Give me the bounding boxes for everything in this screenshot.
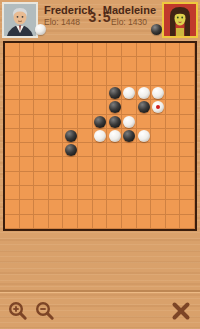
board-cell[interactable]	[93, 129, 108, 143]
player-info-madeleine: Madeleine Elo: 1430	[103, 4, 156, 27]
board-cell[interactable]	[166, 72, 181, 86]
board-cell[interactable]	[137, 143, 152, 157]
board-cell[interactable]	[180, 43, 195, 57]
board-cell[interactable]	[151, 57, 166, 71]
board-cell[interactable]	[180, 86, 195, 100]
avatar-madeleine	[162, 2, 198, 38]
board-cell[interactable]	[20, 129, 35, 143]
board-cell[interactable]	[49, 200, 64, 214]
board-cell[interactable]	[180, 200, 195, 214]
board-cell[interactable]	[180, 115, 195, 129]
board-cell[interactable]	[122, 129, 137, 143]
board-cell[interactable]	[34, 186, 49, 200]
board-cell[interactable]	[20, 200, 35, 214]
board-cell[interactable]	[34, 43, 49, 57]
white-stone	[138, 87, 150, 99]
board-cell[interactable]	[34, 57, 49, 71]
board-cell[interactable]	[166, 215, 181, 229]
black-stone	[138, 101, 150, 113]
board-cell[interactable]	[151, 129, 166, 143]
board-cell[interactable]	[63, 186, 78, 200]
board-cell[interactable]	[5, 157, 20, 171]
board-cell[interactable]	[20, 215, 35, 229]
board-cell[interactable]	[49, 215, 64, 229]
board-cell[interactable]	[49, 100, 64, 114]
close-icon	[170, 300, 192, 322]
board-cell[interactable]	[122, 215, 137, 229]
black-stone	[65, 144, 77, 156]
player-name-madeleine: Madeleine	[103, 4, 156, 16]
board-cell[interactable]	[107, 57, 122, 71]
board-cell[interactable]	[137, 129, 152, 143]
board-cell[interactable]	[107, 215, 122, 229]
zoom-in-icon	[7, 300, 29, 322]
board-cell[interactable]	[93, 143, 108, 157]
board-cell[interactable]	[5, 100, 20, 114]
board-cell[interactable]	[93, 100, 108, 114]
gomoku-app: Frederick Elo: 1448 3:5 Madeleine Elo: 1…	[0, 0, 200, 329]
board-cell[interactable]	[93, 200, 108, 214]
zoom-in-button[interactable]	[7, 300, 29, 322]
board-cell[interactable]	[20, 72, 35, 86]
board-cell[interactable]	[122, 200, 137, 214]
close-button[interactable]	[170, 300, 192, 322]
board-cell[interactable]	[20, 172, 35, 186]
board-cell[interactable]	[122, 172, 137, 186]
header: Frederick Elo: 1448 3:5 Madeleine Elo: 1…	[0, 0, 200, 41]
board-grid	[5, 43, 195, 229]
board-cell[interactable]	[180, 57, 195, 71]
board-cell[interactable]	[151, 86, 166, 100]
board-cell[interactable]	[93, 157, 108, 171]
board-cell[interactable]	[34, 86, 49, 100]
board-cell[interactable]	[49, 115, 64, 129]
board-cell[interactable]	[166, 100, 181, 114]
board-cell[interactable]	[78, 172, 93, 186]
board-cell[interactable]	[166, 129, 181, 143]
board-cell[interactable]	[34, 172, 49, 186]
player-elo-frederick: Elo: 1448	[44, 17, 94, 27]
white-stone-indicator	[35, 24, 46, 35]
board-cell[interactable]	[151, 157, 166, 171]
board-cell[interactable]	[122, 86, 137, 100]
board-cell[interactable]	[63, 72, 78, 86]
board-cell[interactable]	[5, 43, 20, 57]
board-cell[interactable]	[107, 72, 122, 86]
board-cell[interactable]	[78, 115, 93, 129]
white-stone	[109, 130, 121, 142]
white-stone	[123, 116, 135, 128]
board-cell[interactable]	[78, 86, 93, 100]
board-cell[interactable]	[63, 172, 78, 186]
black-stone	[123, 130, 135, 142]
white-stone	[94, 130, 106, 142]
board-cell[interactable]	[34, 200, 49, 214]
board-cell[interactable]	[137, 72, 152, 86]
black-stone	[94, 116, 106, 128]
frederick-portrait	[4, 4, 36, 36]
board-cell[interactable]	[166, 86, 181, 100]
board-cell[interactable]	[20, 186, 35, 200]
board-cell[interactable]	[5, 129, 20, 143]
board-cell[interactable]	[151, 215, 166, 229]
board-cell[interactable]	[34, 215, 49, 229]
board-cell[interactable]	[151, 115, 166, 129]
board-cell[interactable]	[63, 157, 78, 171]
board-cell[interactable]	[63, 100, 78, 114]
board-cell[interactable]	[122, 115, 137, 129]
board-cell[interactable]	[137, 172, 152, 186]
board-cell[interactable]	[122, 186, 137, 200]
board-cell[interactable]	[107, 200, 122, 214]
board-cell[interactable]	[180, 172, 195, 186]
board-cell[interactable]	[49, 43, 64, 57]
toolbar	[0, 292, 200, 329]
board-cell[interactable]	[166, 143, 181, 157]
board-cell[interactable]	[78, 157, 93, 171]
board-cell[interactable]	[49, 86, 64, 100]
board-cell[interactable]	[49, 157, 64, 171]
black-stone	[65, 130, 77, 142]
board-cell[interactable]	[122, 100, 137, 114]
board-cell[interactable]	[49, 143, 64, 157]
board-cell[interactable]	[107, 115, 122, 129]
board-cell[interactable]	[122, 43, 137, 57]
board-cell[interactable]	[34, 157, 49, 171]
board-cell[interactable]	[49, 186, 64, 200]
board-cell[interactable]	[5, 115, 20, 129]
board-cell[interactable]	[166, 200, 181, 214]
board-cell[interactable]	[34, 143, 49, 157]
board-cell[interactable]	[5, 143, 20, 157]
player-name-frederick: Frederick	[44, 4, 94, 16]
board-cell[interactable]	[93, 186, 108, 200]
board-cell[interactable]	[166, 172, 181, 186]
board-cell[interactable]	[63, 86, 78, 100]
board-cell[interactable]	[78, 215, 93, 229]
board-cell[interactable]	[34, 100, 49, 114]
black-stone	[109, 101, 121, 113]
board-cell[interactable]	[151, 100, 166, 114]
board-cell[interactable]	[151, 200, 166, 214]
board-cell[interactable]	[180, 143, 195, 157]
board-cell[interactable]	[166, 57, 181, 71]
board-cell[interactable]	[20, 86, 35, 100]
board-cell[interactable]	[137, 43, 152, 57]
board-cell[interactable]	[122, 72, 137, 86]
board-cell[interactable]	[20, 115, 35, 129]
board-cell[interactable]	[63, 215, 78, 229]
board-cell[interactable]	[20, 57, 35, 71]
board-cell[interactable]	[107, 43, 122, 57]
gomoku-board	[3, 41, 197, 231]
white-stone	[152, 87, 164, 99]
board-cell[interactable]	[93, 115, 108, 129]
white-stone	[152, 101, 164, 113]
board-cell[interactable]	[93, 72, 108, 86]
board-cell[interactable]	[5, 72, 20, 86]
board-cell[interactable]	[78, 129, 93, 143]
board-cell[interactable]	[107, 186, 122, 200]
board-cell[interactable]	[151, 186, 166, 200]
board-cell[interactable]	[63, 129, 78, 143]
board-cell[interactable]	[137, 115, 152, 129]
board-cell[interactable]	[166, 115, 181, 129]
board-cell[interactable]	[78, 186, 93, 200]
board-cell[interactable]	[78, 143, 93, 157]
black-stone	[109, 116, 121, 128]
board-cell[interactable]	[34, 129, 49, 143]
avatar-frederick	[2, 2, 38, 38]
board-cell[interactable]	[5, 86, 20, 100]
board-cell[interactable]	[151, 143, 166, 157]
board-cell[interactable]	[63, 57, 78, 71]
board-cell[interactable]	[20, 43, 35, 57]
board-cell[interactable]	[93, 215, 108, 229]
board-cell[interactable]	[151, 43, 166, 57]
player-info-frederick: Frederick Elo: 1448	[44, 4, 94, 27]
board-cell[interactable]	[5, 186, 20, 200]
board-cell[interactable]	[107, 143, 122, 157]
board-cell[interactable]	[93, 86, 108, 100]
board-cell[interactable]	[107, 86, 122, 100]
board-cell[interactable]	[20, 143, 35, 157]
board-cell[interactable]	[137, 215, 152, 229]
board-cell[interactable]	[180, 186, 195, 200]
board-cell[interactable]	[166, 186, 181, 200]
black-stone	[109, 87, 121, 99]
board-cell[interactable]	[180, 129, 195, 143]
board-cell[interactable]	[151, 172, 166, 186]
board-cell[interactable]	[5, 215, 20, 229]
board-cell[interactable]	[78, 57, 93, 71]
board-cell[interactable]	[5, 172, 20, 186]
board-cell[interactable]	[122, 57, 137, 71]
board-cell[interactable]	[137, 186, 152, 200]
zoom-out-icon	[34, 300, 56, 322]
board-cell[interactable]	[63, 143, 78, 157]
zoom-out-button[interactable]	[34, 300, 56, 322]
board-cell[interactable]	[180, 215, 195, 229]
board-cell[interactable]	[180, 72, 195, 86]
board-cell[interactable]	[122, 157, 137, 171]
board-cell[interactable]	[166, 43, 181, 57]
board-cell[interactable]	[78, 43, 93, 57]
board-cell[interactable]	[49, 72, 64, 86]
board-cell[interactable]	[93, 172, 108, 186]
board-cell[interactable]	[5, 57, 20, 71]
board-cell[interactable]	[93, 57, 108, 71]
white-stone	[123, 87, 135, 99]
white-stone	[138, 130, 150, 142]
board-cell[interactable]	[49, 129, 64, 143]
board-cell[interactable]	[5, 200, 20, 214]
board-cell[interactable]	[49, 57, 64, 71]
board-cell[interactable]	[137, 200, 152, 214]
board-cell[interactable]	[122, 143, 137, 157]
board-cell[interactable]	[20, 157, 35, 171]
board-cell[interactable]	[93, 43, 108, 57]
board-cell[interactable]	[78, 72, 93, 86]
board-cell[interactable]	[137, 157, 152, 171]
madeleine-portrait	[164, 4, 196, 36]
board-cell[interactable]	[107, 172, 122, 186]
board-cell[interactable]	[107, 129, 122, 143]
board-cell[interactable]	[34, 72, 49, 86]
board-cell[interactable]	[137, 57, 152, 71]
board-cell[interactable]	[151, 72, 166, 86]
board-cell[interactable]	[20, 100, 35, 114]
board-cell[interactable]	[63, 43, 78, 57]
board-cell[interactable]	[78, 200, 93, 214]
board-cell[interactable]	[78, 100, 93, 114]
board-cell[interactable]	[180, 100, 195, 114]
board-cell[interactable]	[63, 200, 78, 214]
board-cell[interactable]	[137, 100, 152, 114]
board-cell[interactable]	[34, 115, 49, 129]
board-cell[interactable]	[166, 157, 181, 171]
board-cell[interactable]	[63, 115, 78, 129]
board-cell[interactable]	[180, 157, 195, 171]
board-cell[interactable]	[107, 100, 122, 114]
board-cell[interactable]	[107, 157, 122, 171]
board-cell[interactable]	[49, 172, 64, 186]
board-cell[interactable]	[137, 86, 152, 100]
player-elo-madeleine: Elo: 1430	[103, 17, 156, 27]
